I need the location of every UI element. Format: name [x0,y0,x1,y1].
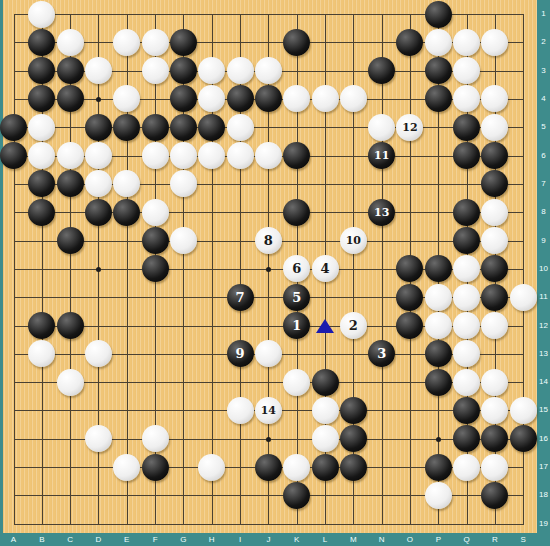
white-stone [142,142,169,169]
white-stone [425,29,452,56]
black-stone [453,142,480,169]
white-stone [113,29,140,56]
white-stone [28,1,55,28]
white-stone [57,142,84,169]
row-label: 4 [541,95,545,103]
white-stone [142,425,169,452]
move-number-label: 3 [377,347,386,360]
move-number-label: 10 [346,235,361,246]
white-stone: 10 [340,227,367,254]
column-label: N [379,536,385,544]
black-stone: 1 [283,312,310,339]
move-number-label: 6 [292,262,301,275]
white-stone: 8 [255,227,282,254]
column-label: H [209,536,215,544]
black-stone: 5 [283,284,310,311]
black-stone [170,29,197,56]
left-edge-strip [0,0,3,546]
column-label: L [323,536,327,544]
row-label: 6 [541,152,545,160]
move-number-label: 14 [261,405,276,416]
white-stone [227,114,254,141]
column-label: R [492,536,498,544]
row-label: 14 [539,378,548,386]
white-stone [283,454,310,481]
black-stone [283,29,310,56]
white-stone [283,369,310,396]
column-label: B [39,536,44,544]
go-board[interactable]: 12345678910111213141516171819ABCDEFGHIJK… [0,0,550,546]
white-stone [170,227,197,254]
white-stone [425,312,452,339]
black-stone [113,114,140,141]
white-stone [227,397,254,424]
white-stone [255,142,282,169]
triangle-marker [316,319,334,333]
white-stone [510,397,537,424]
column-label: S [521,536,526,544]
move-number-label: 13 [374,207,389,218]
black-stone [425,255,452,282]
white-stone: 14 [255,397,282,424]
white-stone: 4 [312,255,339,282]
black-stone: 9 [227,340,254,367]
black-stone [113,199,140,226]
row-label: 8 [541,208,545,216]
black-stone [28,29,55,56]
move-number-label: 1 [292,319,301,332]
black-stone [425,454,452,481]
column-label: F [153,536,158,544]
column-label: A [11,536,16,544]
black-stone [312,369,339,396]
black-stone [425,57,452,84]
white-stone [453,312,480,339]
move-number-label: 5 [292,291,301,304]
white-stone [510,284,537,311]
grid-line-vertical [14,14,15,525]
column-label: K [294,536,299,544]
white-stone [227,142,254,169]
black-stone [142,255,169,282]
black-stone [425,340,452,367]
column-label: O [407,536,413,544]
column-label: E [124,536,129,544]
black-stone [227,85,254,112]
white-stone [85,142,112,169]
white-stone [312,425,339,452]
white-stone [453,29,480,56]
move-number-label: 9 [236,347,245,360]
black-stone [255,454,282,481]
column-label: J [266,536,270,544]
white-stone [481,199,508,226]
row-label: 7 [541,180,545,188]
white-stone [425,284,452,311]
white-stone [198,454,225,481]
column-label: D [96,536,102,544]
black-stone [142,227,169,254]
black-stone [425,1,452,28]
black-stone [510,425,537,452]
black-stone [453,114,480,141]
black-stone [142,454,169,481]
black-stone [340,425,367,452]
column-label: P [436,536,441,544]
black-stone [170,57,197,84]
grid-line-vertical [382,14,383,525]
white-stone [142,57,169,84]
white-stone [481,369,508,396]
black-stone [453,397,480,424]
row-label: 18 [539,491,548,499]
row-label: 17 [539,463,548,471]
row-label: 5 [541,123,545,131]
white-stone [255,57,282,84]
row-label: 2 [541,38,545,46]
column-label: C [67,536,73,544]
row-label: 16 [539,435,548,443]
white-stone [227,57,254,84]
white-stone [142,199,169,226]
black-stone [425,369,452,396]
white-stone [425,482,452,509]
black-stone [396,284,423,311]
row-label: 19 [539,520,548,528]
white-stone [85,57,112,84]
go-game-screen: 12345678910111213141516171819ABCDEFGHIJK… [0,0,550,546]
white-stone [453,369,480,396]
white-stone [255,340,282,367]
black-stone [57,57,84,84]
black-stone [85,199,112,226]
row-label: 3 [541,67,545,75]
row-label: 15 [539,406,548,414]
move-number-label: 2 [349,319,358,332]
row-label: 11 [539,293,547,301]
black-stone [0,142,27,169]
black-stone [57,85,84,112]
black-stone [57,227,84,254]
row-label: 9 [541,237,545,245]
column-label: I [239,536,241,544]
move-number-label: 8 [264,234,273,247]
white-stone [312,85,339,112]
black-stone [57,170,84,197]
move-number-label: 7 [236,291,245,304]
row-label: 12 [539,322,548,330]
black-stone [85,114,112,141]
column-label: G [180,536,186,544]
row-label: 13 [539,350,548,358]
black-stone [28,199,55,226]
move-number-label: 12 [402,122,417,133]
black-stone [283,482,310,509]
white-stone: 2 [340,312,367,339]
black-stone [198,114,225,141]
white-stone [481,114,508,141]
black-stone [340,397,367,424]
white-stone [142,29,169,56]
white-stone [368,114,395,141]
white-stone [57,369,84,396]
black-stone [453,199,480,226]
black-stone [170,114,197,141]
black-stone [340,454,367,481]
column-label: M [350,536,357,544]
black-stone [0,114,27,141]
column-label: Q [463,536,469,544]
white-stone [453,454,480,481]
row-label: 10 [539,265,548,273]
white-stone [113,454,140,481]
white-stone [57,29,84,56]
move-number-label: 4 [320,262,329,275]
black-stone: 7 [227,284,254,311]
row-label: 1 [541,10,545,18]
black-stone [312,454,339,481]
black-stone [142,114,169,141]
black-stone [481,284,508,311]
white-stone [170,142,197,169]
black-stone: 13 [368,199,395,226]
black-stone [453,227,480,254]
white-stone [481,454,508,481]
move-number-label: 11 [374,150,389,161]
white-stone [28,114,55,141]
white-stone [453,284,480,311]
black-stone [57,312,84,339]
black-stone [283,199,310,226]
white-stone [312,397,339,424]
